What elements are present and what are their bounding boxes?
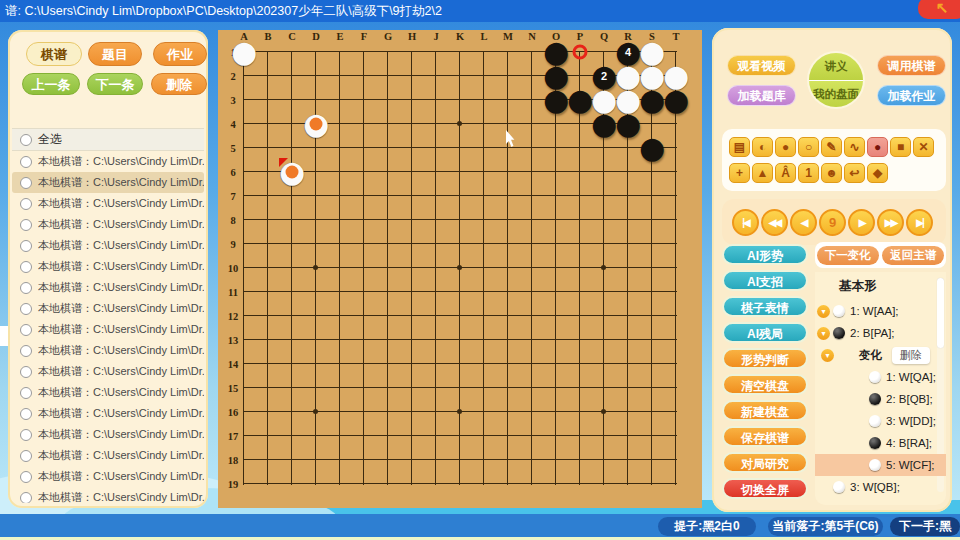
board-point-a10[interactable] xyxy=(232,256,256,280)
board-point-t3[interactable]: ● xyxy=(664,88,688,112)
board-point-b3[interactable] xyxy=(256,88,280,112)
board-point-k18[interactable] xyxy=(448,448,472,472)
board-point-l9[interactable] xyxy=(472,232,496,256)
tree-move-row[interactable]: 4: B[RA]; xyxy=(815,432,946,454)
board-point-e5[interactable] xyxy=(328,136,352,160)
item-radio[interactable] xyxy=(20,156,32,168)
board-point-d8[interactable] xyxy=(304,208,328,232)
lecture-notes-button[interactable]: 讲义 xyxy=(809,53,863,81)
board-point-f13[interactable] xyxy=(352,328,376,352)
board-point-j6[interactable] xyxy=(424,160,448,184)
item-radio[interactable] xyxy=(20,492,32,504)
board-point-a4[interactable] xyxy=(232,112,256,136)
board-point-n8[interactable] xyxy=(520,208,544,232)
nav-first-button[interactable]: |◀ xyxy=(732,209,759,236)
board-point-r15[interactable] xyxy=(616,376,640,400)
board-point-j10[interactable] xyxy=(424,256,448,280)
board-point-a3[interactable] xyxy=(232,88,256,112)
board-point-b13[interactable] xyxy=(256,328,280,352)
board-point-s12[interactable] xyxy=(640,304,664,328)
kifu-list-item[interactable]: 本地棋谱：C:\Users\Cindy Lim\Dr... xyxy=(12,214,204,235)
watch-video-button[interactable]: 观看视频 xyxy=(727,55,796,76)
board-point-a18[interactable] xyxy=(232,448,256,472)
board-point-m16[interactable] xyxy=(496,400,520,424)
board-point-l15[interactable] xyxy=(472,376,496,400)
board-point-q19[interactable] xyxy=(592,472,616,496)
board-point-j11[interactable] xyxy=(424,280,448,304)
board-point-p7[interactable] xyxy=(568,184,592,208)
board-point-b2[interactable] xyxy=(256,64,280,88)
board-point-o15[interactable] xyxy=(544,376,568,400)
board-point-t11[interactable] xyxy=(664,280,688,304)
board-point-m12[interactable] xyxy=(496,304,520,328)
board-point-k10[interactable] xyxy=(448,256,472,280)
board-point-h2[interactable] xyxy=(400,64,424,88)
board-point-h6[interactable] xyxy=(400,160,424,184)
board-point-l1[interactable] xyxy=(472,40,496,64)
board-point-b12[interactable] xyxy=(256,304,280,328)
open-folder-icon[interactable]: ▤ xyxy=(729,137,750,157)
board-point-e10[interactable] xyxy=(328,256,352,280)
item-radio[interactable] xyxy=(20,198,32,210)
board-point-f16[interactable] xyxy=(352,400,376,424)
board-point-m18[interactable] xyxy=(496,448,520,472)
board-point-c3[interactable] xyxy=(280,88,304,112)
board-point-t17[interactable] xyxy=(664,424,688,448)
board-point-m8[interactable] xyxy=(496,208,520,232)
kifu-list-item[interactable]: 本地棋谱：C:\Users\Cindy Lim\Dr... xyxy=(12,151,204,172)
board-point-p11[interactable] xyxy=(568,280,592,304)
board-point-h4[interactable] xyxy=(400,112,424,136)
board-point-h3[interactable] xyxy=(400,88,424,112)
next-item-button[interactable]: 下一条 xyxy=(87,73,143,95)
kifu-list-item[interactable]: 本地棋谱：C:\Users\Cindy Lim\Dr... xyxy=(12,466,204,487)
load-homework-button[interactable]: 加载作业 xyxy=(877,85,946,106)
board-point-o16[interactable] xyxy=(544,400,568,424)
board-point-l2[interactable] xyxy=(472,64,496,88)
board-point-h19[interactable] xyxy=(400,472,424,496)
freehand-line-icon[interactable]: ∿ xyxy=(844,137,865,157)
board-point-e4[interactable] xyxy=(328,112,352,136)
tab-problems[interactable]: 题目 xyxy=(88,42,142,66)
board-point-k12[interactable] xyxy=(448,304,472,328)
board-point-a19[interactable] xyxy=(232,472,256,496)
board-point-p16[interactable] xyxy=(568,400,592,424)
board-point-b4[interactable] xyxy=(256,112,280,136)
kifu-list-item[interactable]: 本地棋谱：C:\Users\Cindy Lim\Dr... xyxy=(12,172,204,193)
board-point-c8[interactable] xyxy=(280,208,304,232)
board-point-k3[interactable] xyxy=(448,88,472,112)
board-point-h7[interactable] xyxy=(400,184,424,208)
board-point-s13[interactable] xyxy=(640,328,664,352)
board-point-g16[interactable] xyxy=(376,400,400,424)
item-radio[interactable] xyxy=(20,261,32,273)
board-point-h10[interactable] xyxy=(400,256,424,280)
board-point-n11[interactable] xyxy=(520,280,544,304)
board-point-k15[interactable] xyxy=(448,376,472,400)
select-all-row[interactable]: 全选 xyxy=(12,128,204,151)
board-point-l18[interactable] xyxy=(472,448,496,472)
board-point-e14[interactable] xyxy=(328,352,352,376)
board-point-r11[interactable] xyxy=(616,280,640,304)
board-point-c6[interactable]: ● xyxy=(280,160,304,184)
board-point-q12[interactable] xyxy=(592,304,616,328)
select-all-checkbox[interactable] xyxy=(20,134,32,146)
board-point-j2[interactable] xyxy=(424,64,448,88)
board-point-l14[interactable] xyxy=(472,352,496,376)
board-point-m7[interactable] xyxy=(496,184,520,208)
board-point-l3[interactable] xyxy=(472,88,496,112)
board-point-q17[interactable] xyxy=(592,424,616,448)
board-point-p18[interactable] xyxy=(568,448,592,472)
board-point-j9[interactable] xyxy=(424,232,448,256)
eraser-icon[interactable]: ◆ xyxy=(867,163,888,183)
board-point-n9[interactable] xyxy=(520,232,544,256)
board-point-e17[interactable] xyxy=(328,424,352,448)
nav-last-button[interactable]: ▶| xyxy=(906,209,933,236)
ai-situation-button[interactable]: AI形势 xyxy=(722,244,808,265)
nav-fast-forward-button[interactable]: ▶▶ xyxy=(877,209,904,236)
board-point-k14[interactable] xyxy=(448,352,472,376)
board-point-b1[interactable] xyxy=(256,40,280,64)
item-radio[interactable] xyxy=(20,387,32,399)
board-point-g7[interactable] xyxy=(376,184,400,208)
kifu-list-item[interactable]: 本地棋谱：C:\Users\Cindy Lim\Dr... xyxy=(12,319,204,340)
kifu-list-item[interactable]: 本地棋谱：C:\Users\Cindy Lim\Dr... xyxy=(12,235,204,256)
circle-marker-icon[interactable]: ● xyxy=(867,137,888,157)
kifu-list-item[interactable]: 本地棋谱：C:\Users\Cindy Lim\Dr... xyxy=(12,361,204,382)
item-radio[interactable] xyxy=(20,345,32,357)
board-point-e13[interactable] xyxy=(328,328,352,352)
board-point-j13[interactable] xyxy=(424,328,448,352)
board-point-m15[interactable] xyxy=(496,376,520,400)
board-point-j8[interactable] xyxy=(424,208,448,232)
board-point-m11[interactable] xyxy=(496,280,520,304)
board-point-n13[interactable] xyxy=(520,328,544,352)
board-point-j17[interactable] xyxy=(424,424,448,448)
board-point-o13[interactable] xyxy=(544,328,568,352)
board-point-g14[interactable] xyxy=(376,352,400,376)
board-point-b17[interactable] xyxy=(256,424,280,448)
board-point-h14[interactable] xyxy=(400,352,424,376)
board-point-k1[interactable] xyxy=(448,40,472,64)
board-point-r19[interactable] xyxy=(616,472,640,496)
board-point-e7[interactable] xyxy=(328,184,352,208)
board-point-b8[interactable] xyxy=(256,208,280,232)
board-point-c1[interactable] xyxy=(280,40,304,64)
delete-item-button[interactable]: 删除 xyxy=(151,73,207,95)
board-point-m19[interactable] xyxy=(496,472,520,496)
delete-variation-button[interactable]: 删除 xyxy=(892,347,930,364)
board-point-l7[interactable] xyxy=(472,184,496,208)
board-point-b9[interactable] xyxy=(256,232,280,256)
judge-position-button[interactable]: 形势判断 xyxy=(722,348,808,369)
board-point-c16[interactable] xyxy=(280,400,304,424)
board-point-c11[interactable] xyxy=(280,280,304,304)
go-board[interactable]: ABCDEFGHJKLMNOPQRST 12345678910111213141… xyxy=(218,30,702,508)
item-radio[interactable] xyxy=(20,471,32,483)
board-point-o14[interactable] xyxy=(544,352,568,376)
board-point-h15[interactable] xyxy=(400,376,424,400)
board-point-f10[interactable] xyxy=(352,256,376,280)
board-point-f11[interactable] xyxy=(352,280,376,304)
board-point-m9[interactable] xyxy=(496,232,520,256)
board-point-o12[interactable] xyxy=(544,304,568,328)
board-point-f14[interactable] xyxy=(352,352,376,376)
board-point-d13[interactable] xyxy=(304,328,328,352)
board-point-e1[interactable] xyxy=(328,40,352,64)
board-point-n15[interactable] xyxy=(520,376,544,400)
board-point-f6[interactable] xyxy=(352,160,376,184)
board-point-r4[interactable]: ● xyxy=(616,112,640,136)
expand-node-icon[interactable]: ▾ xyxy=(817,327,830,340)
board-point-b6[interactable] xyxy=(256,160,280,184)
board-point-q8[interactable] xyxy=(592,208,616,232)
board-point-e19[interactable] xyxy=(328,472,352,496)
board-point-t18[interactable] xyxy=(664,448,688,472)
board-point-s3[interactable]: ● xyxy=(640,88,664,112)
board-point-h17[interactable] xyxy=(400,424,424,448)
board-point-k5[interactable] xyxy=(448,136,472,160)
board-point-l19[interactable] xyxy=(472,472,496,496)
board-point-k7[interactable] xyxy=(448,184,472,208)
board-point-p5[interactable] xyxy=(568,136,592,160)
board-point-a16[interactable] xyxy=(232,400,256,424)
board-point-j15[interactable] xyxy=(424,376,448,400)
x-marker-icon[interactable]: ✕ xyxy=(913,137,934,157)
board-point-o17[interactable] xyxy=(544,424,568,448)
board-point-r16[interactable] xyxy=(616,400,640,424)
board-point-s14[interactable] xyxy=(640,352,664,376)
board-point-j12[interactable] xyxy=(424,304,448,328)
board-point-p10[interactable] xyxy=(568,256,592,280)
board-point-a5[interactable] xyxy=(232,136,256,160)
board-point-a15[interactable] xyxy=(232,376,256,400)
undo-arrow-icon[interactable]: ↩ xyxy=(844,163,865,183)
kifu-list-item[interactable]: 本地棋谱：C:\Users\Cindy Lim\Dr... xyxy=(12,403,204,424)
board-point-f12[interactable] xyxy=(352,304,376,328)
kifu-list-item[interactable]: 本地棋谱：C:\Users\Cindy Lim\Dr... xyxy=(12,487,204,503)
board-point-d6[interactable] xyxy=(304,160,328,184)
board-point-j1[interactable] xyxy=(424,40,448,64)
board-point-n7[interactable] xyxy=(520,184,544,208)
kifu-list-item[interactable]: 本地棋谱：C:\Users\Cindy Lim\Dr... xyxy=(12,298,204,319)
board-point-s17[interactable] xyxy=(640,424,664,448)
board-point-a13[interactable] xyxy=(232,328,256,352)
board-point-g2[interactable] xyxy=(376,64,400,88)
board-point-c13[interactable] xyxy=(280,328,304,352)
item-radio[interactable] xyxy=(20,303,32,315)
board-point-j19[interactable] xyxy=(424,472,448,496)
board-point-a14[interactable] xyxy=(232,352,256,376)
board-point-n1[interactable] xyxy=(520,40,544,64)
item-radio[interactable] xyxy=(20,450,32,462)
board-point-c2[interactable] xyxy=(280,64,304,88)
board-point-g18[interactable] xyxy=(376,448,400,472)
board-point-c17[interactable] xyxy=(280,424,304,448)
board-point-k17[interactable] xyxy=(448,424,472,448)
board-point-h11[interactable] xyxy=(400,280,424,304)
board-point-s16[interactable] xyxy=(640,400,664,424)
my-board-button[interactable]: 我的盘面 xyxy=(809,81,863,108)
board-point-n16[interactable] xyxy=(520,400,544,424)
board-point-g5[interactable] xyxy=(376,136,400,160)
board-point-r13[interactable] xyxy=(616,328,640,352)
board-point-g17[interactable] xyxy=(376,424,400,448)
kifu-list-item[interactable]: 本地棋谱：C:\Users\Cindy Lim\Dr... xyxy=(12,445,204,466)
board-point-r8[interactable] xyxy=(616,208,640,232)
board-point-n19[interactable] xyxy=(520,472,544,496)
board-point-l8[interactable] xyxy=(472,208,496,232)
board-point-p9[interactable] xyxy=(568,232,592,256)
board-point-l13[interactable] xyxy=(472,328,496,352)
board-point-e16[interactable] xyxy=(328,400,352,424)
board-point-o6[interactable] xyxy=(544,160,568,184)
board-point-s19[interactable] xyxy=(640,472,664,496)
board-point-m6[interactable] xyxy=(496,160,520,184)
board-point-c9[interactable] xyxy=(280,232,304,256)
board-point-r17[interactable] xyxy=(616,424,640,448)
nav-fast-back-button[interactable]: ◀◀ xyxy=(761,209,788,236)
board-point-l16[interactable] xyxy=(472,400,496,424)
board-point-a8[interactable] xyxy=(232,208,256,232)
board-point-j5[interactable] xyxy=(424,136,448,160)
board-point-g4[interactable] xyxy=(376,112,400,136)
board-point-j18[interactable] xyxy=(424,448,448,472)
board-point-b14[interactable] xyxy=(256,352,280,376)
board-point-t19[interactable] xyxy=(664,472,688,496)
board-point-q16[interactable] xyxy=(592,400,616,424)
nav-back-button[interactable]: ◀ xyxy=(790,209,817,236)
ai-suggest-button[interactable]: AI支招 xyxy=(722,270,808,291)
variation-header-row[interactable]: ▾变化删除 xyxy=(815,344,946,366)
board-point-t5[interactable] xyxy=(664,136,688,160)
board-point-k13[interactable] xyxy=(448,328,472,352)
board-point-d11[interactable] xyxy=(304,280,328,304)
tree-move-row[interactable]: ▾1: W[AA]; xyxy=(815,300,946,322)
board-point-s11[interactable] xyxy=(640,280,664,304)
board-point-o10[interactable] xyxy=(544,256,568,280)
board-point-r9[interactable] xyxy=(616,232,640,256)
board-point-p15[interactable] xyxy=(568,376,592,400)
board-point-q15[interactable] xyxy=(592,376,616,400)
board-point-b7[interactable] xyxy=(256,184,280,208)
black-stone-tool-icon[interactable]: ● xyxy=(775,137,796,157)
board-point-g8[interactable] xyxy=(376,208,400,232)
board-point-m3[interactable] xyxy=(496,88,520,112)
board-point-n2[interactable] xyxy=(520,64,544,88)
board-point-q11[interactable] xyxy=(592,280,616,304)
board-point-n4[interactable] xyxy=(520,112,544,136)
board-point-s15[interactable] xyxy=(640,376,664,400)
board-point-m13[interactable] xyxy=(496,328,520,352)
board-point-e11[interactable] xyxy=(328,280,352,304)
nav-forward-button[interactable]: ▶ xyxy=(848,209,875,236)
board-point-h5[interactable] xyxy=(400,136,424,160)
board-point-o11[interactable] xyxy=(544,280,568,304)
board-point-p3[interactable]: ● xyxy=(568,88,592,112)
board-point-k16[interactable] xyxy=(448,400,472,424)
board-point-f5[interactable] xyxy=(352,136,376,160)
tree-move-row[interactable]: 3: W[QB]; xyxy=(815,476,946,498)
item-radio[interactable] xyxy=(20,429,32,441)
board-point-a9[interactable] xyxy=(232,232,256,256)
board-point-j16[interactable] xyxy=(424,400,448,424)
board-point-d12[interactable] xyxy=(304,304,328,328)
board-point-f7[interactable] xyxy=(352,184,376,208)
board-point-h16[interactable] xyxy=(400,400,424,424)
board-point-a17[interactable] xyxy=(232,424,256,448)
item-radio[interactable] xyxy=(20,282,32,294)
collapse-variation-icon[interactable]: ▾ xyxy=(821,349,834,362)
board-point-m17[interactable] xyxy=(496,424,520,448)
board-point-l10[interactable] xyxy=(472,256,496,280)
board-point-o18[interactable] xyxy=(544,448,568,472)
board-point-g3[interactable] xyxy=(376,88,400,112)
board-point-q6[interactable] xyxy=(592,160,616,184)
kifu-list-item[interactable]: 本地棋谱：C:\Users\Cindy Lim\Dr... xyxy=(12,277,204,298)
board-point-g1[interactable] xyxy=(376,40,400,64)
board-point-r12[interactable] xyxy=(616,304,640,328)
board-point-n17[interactable] xyxy=(520,424,544,448)
board-point-a12[interactable] xyxy=(232,304,256,328)
board-point-l6[interactable] xyxy=(472,160,496,184)
board-point-f2[interactable] xyxy=(352,64,376,88)
new-board-button[interactable]: 新建棋盘 xyxy=(722,400,808,421)
board-point-k6[interactable] xyxy=(448,160,472,184)
board-point-d16[interactable] xyxy=(304,400,328,424)
board-point-j4[interactable] xyxy=(424,112,448,136)
nav-move-number[interactable]: 9 xyxy=(819,209,846,236)
board-point-f17[interactable] xyxy=(352,424,376,448)
board-point-h13[interactable] xyxy=(400,328,424,352)
board-point-o8[interactable] xyxy=(544,208,568,232)
board-point-a6[interactable] xyxy=(232,160,256,184)
stone-emotion-button[interactable]: 棋子表情 xyxy=(722,296,808,317)
board-point-p8[interactable] xyxy=(568,208,592,232)
board-point-b18[interactable] xyxy=(256,448,280,472)
board-point-m14[interactable] xyxy=(496,352,520,376)
pencil-icon[interactable]: ✎ xyxy=(821,137,842,157)
tree-move-row[interactable]: ▾2: B[PA]; xyxy=(815,322,946,344)
board-point-e9[interactable] xyxy=(328,232,352,256)
board-point-g9[interactable] xyxy=(376,232,400,256)
board-point-s7[interactable] xyxy=(640,184,664,208)
board-point-l17[interactable] xyxy=(472,424,496,448)
expand-node-icon[interactable]: ▾ xyxy=(817,305,830,318)
kifu-list-item[interactable]: 本地棋谱：C:\Users\Cindy Lim\Dr... xyxy=(12,382,204,403)
item-radio[interactable] xyxy=(20,240,32,252)
board-point-t15[interactable] xyxy=(664,376,688,400)
back-to-main-line-button[interactable]: 返回主谱 xyxy=(882,246,944,265)
board-point-d17[interactable] xyxy=(304,424,328,448)
board-point-p1[interactable] xyxy=(568,40,592,64)
tree-move-row[interactable]: 5: W[CF]; xyxy=(815,454,946,476)
board-point-f19[interactable] xyxy=(352,472,376,496)
kifu-list-item[interactable]: 本地棋谱：C:\Users\Cindy Lim\Dr... xyxy=(12,193,204,214)
board-point-e12[interactable] xyxy=(328,304,352,328)
board-point-t9[interactable] xyxy=(664,232,688,256)
board-point-h18[interactable] xyxy=(400,448,424,472)
tree-move-row[interactable]: 3: W[DD]; xyxy=(815,410,946,432)
board-point-k4[interactable] xyxy=(448,112,472,136)
board-point-p19[interactable] xyxy=(568,472,592,496)
board-point-l5[interactable] xyxy=(472,136,496,160)
board-point-g12[interactable] xyxy=(376,304,400,328)
board-point-n5[interactable] xyxy=(520,136,544,160)
board-point-p6[interactable] xyxy=(568,160,592,184)
board-point-a7[interactable] xyxy=(232,184,256,208)
